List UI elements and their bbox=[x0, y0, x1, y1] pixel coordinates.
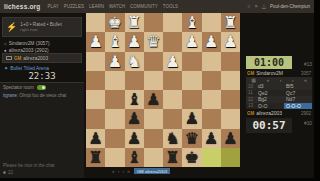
square-e2[interactable]: ♛ bbox=[144, 32, 163, 51]
bottom-player-rank: #10 bbox=[304, 118, 312, 128]
square-b8[interactable] bbox=[202, 148, 221, 167]
square-b2[interactable]: ♟ bbox=[202, 32, 221, 51]
square-c3[interactable] bbox=[182, 52, 201, 71]
square-c5[interactable] bbox=[182, 90, 201, 109]
white-pawn-b2: ♟ bbox=[202, 32, 221, 51]
game-side-panel: 01:00 #13 GM Sindarov2M 3057 ▦«‹›» 10d3B… bbox=[246, 30, 312, 133]
square-a3[interactable] bbox=[221, 52, 240, 71]
square-b4[interactable] bbox=[202, 71, 221, 90]
square-d5[interactable] bbox=[163, 90, 182, 109]
square-e7[interactable] bbox=[144, 129, 163, 148]
square-h8[interactable]: ♜ bbox=[86, 148, 105, 167]
square-h5[interactable] bbox=[86, 90, 105, 109]
white-color-icon: ○ bbox=[4, 41, 7, 46]
move-number: 10 bbox=[246, 84, 256, 89]
nav-item-community[interactable]: COMMUNITY bbox=[130, 4, 158, 9]
square-g3[interactable]: ♟ bbox=[105, 52, 124, 71]
square-f7[interactable]: ♟ bbox=[125, 129, 144, 148]
chess-board: ♚♜♝♜♟♝♟♛♟♟♟♟♞♟♝♟♟♟♟♟♞♛♟♟♜♝♜♚ bbox=[86, 13, 240, 167]
black-pawn-e5: ♟ bbox=[144, 90, 163, 109]
move-number: 11 bbox=[246, 90, 256, 95]
notifications-icon[interactable]: △ bbox=[262, 4, 266, 9]
white-rook-f1: ♜ bbox=[125, 13, 144, 32]
square-f4[interactable] bbox=[125, 71, 144, 90]
square-g1[interactable]: ♚ bbox=[105, 13, 124, 32]
square-d8[interactable]: ♜ bbox=[163, 148, 182, 167]
square-b5[interactable] bbox=[202, 90, 221, 109]
white-queen-e2: ♛ bbox=[144, 32, 163, 51]
square-c2[interactable]: ♟ bbox=[182, 32, 201, 51]
move-row-13: 13O-OO-O-O bbox=[246, 103, 312, 110]
bottom-player-title: GM bbox=[247, 111, 254, 116]
square-f8[interactable]: ♝ bbox=[125, 148, 144, 167]
white-pawn-a2: ♟ bbox=[221, 32, 240, 51]
black-pawn-f6: ♟ bbox=[125, 109, 144, 128]
tv-player-title: GM bbox=[14, 56, 21, 61]
top-player-name: Sindarov2M bbox=[256, 70, 283, 76]
spectators-icon bbox=[3, 171, 6, 174]
nav-menu: PLAYPUZZLESLEARNWATCHCOMMUNITYTOOLS bbox=[48, 4, 178, 9]
black-pawn-a7: ♟ bbox=[221, 129, 240, 148]
square-a1[interactable]: ♜ bbox=[221, 13, 240, 32]
square-c7[interactable]: ♛ bbox=[182, 129, 201, 148]
tournament-name: Bullet Titled Arena bbox=[10, 66, 49, 71]
black-bishop-f5: ♝ bbox=[125, 90, 144, 109]
square-f1[interactable]: ♜ bbox=[125, 13, 144, 32]
square-e5[interactable]: ♟ bbox=[144, 90, 163, 109]
move-list: 10d3Bf511Qe2Qc712Bg2Nd713O-OO-O-O bbox=[246, 83, 312, 109]
tv-featured-box[interactable]: GM alireza2003 bbox=[2, 53, 82, 63]
tournament-countdown: 22:33 bbox=[0, 71, 84, 81]
tv-player-name: alireza2003 bbox=[23, 56, 48, 61]
square-h1[interactable] bbox=[86, 13, 105, 32]
nav-item-learn[interactable]: LEARN bbox=[89, 4, 104, 9]
black-king-c8: ♚ bbox=[182, 148, 201, 167]
square-c6[interactable]: ♟ bbox=[182, 109, 201, 128]
square-b7[interactable]: ♟ bbox=[202, 129, 221, 148]
chat-notice: Please be nice in the chat bbox=[3, 163, 55, 168]
square-c1[interactable]: ♝ bbox=[182, 13, 201, 32]
top-player-title: GM bbox=[247, 71, 254, 76]
black-knight-d7: ♞ bbox=[163, 129, 182, 148]
move-number: 13 bbox=[246, 103, 256, 108]
square-d2[interactable] bbox=[163, 32, 182, 51]
square-a8[interactable] bbox=[221, 148, 240, 167]
white-bishop-g2: ♝ bbox=[105, 32, 124, 51]
black-rook-d8: ♜ bbox=[163, 148, 182, 167]
square-b3[interactable] bbox=[202, 52, 221, 71]
square-c4[interactable] bbox=[182, 71, 201, 90]
challenge-icon[interactable]: × bbox=[255, 4, 258, 9]
square-h3[interactable] bbox=[86, 52, 105, 71]
black-rook-h8: ♜ bbox=[86, 148, 105, 167]
chat-message: tigrane: Olmpi fou de vieux chat bbox=[0, 92, 84, 99]
square-b1[interactable] bbox=[202, 13, 221, 32]
square-g7[interactable] bbox=[105, 129, 124, 148]
white-rook-a1: ♜ bbox=[221, 13, 240, 32]
square-h2[interactable]: ♟ bbox=[86, 32, 105, 51]
square-g4[interactable] bbox=[105, 71, 124, 90]
white-king-g1: ♚ bbox=[105, 13, 124, 32]
square-f5[interactable]: ♝ bbox=[125, 90, 144, 109]
square-a5[interactable] bbox=[221, 90, 240, 109]
black-queen-c7: ♛ bbox=[182, 129, 201, 148]
chat-message-text: Olmpi fou de vieux chat bbox=[19, 93, 66, 98]
nav-item-play[interactable]: PLAY bbox=[48, 4, 59, 9]
black-pawn-b7: ♟ bbox=[202, 129, 221, 148]
square-a2[interactable]: ♟ bbox=[221, 32, 240, 51]
sidebar: ⚡ 1+0 • Rated • Bullet right now ○ Sinda… bbox=[0, 13, 84, 178]
square-h7[interactable]: ♟ bbox=[86, 129, 105, 148]
white-pawn-d3: ♟ bbox=[163, 52, 182, 71]
square-h4[interactable] bbox=[86, 71, 105, 90]
white-pawn-h2: ♟ bbox=[86, 32, 105, 51]
square-d1[interactable] bbox=[163, 13, 182, 32]
chat-panel: Spectator room tigrane: Olmpi fou de vie… bbox=[0, 82, 84, 178]
top-player-rank: #13 bbox=[304, 62, 312, 69]
white-pawn-g3: ♟ bbox=[105, 52, 124, 71]
square-d7[interactable]: ♞ bbox=[163, 129, 182, 148]
square-e8[interactable] bbox=[144, 148, 163, 167]
move-number: 12 bbox=[246, 97, 256, 102]
square-d4[interactable] bbox=[163, 71, 182, 90]
square-e1[interactable] bbox=[144, 13, 163, 32]
bottom-player-rating: 2902 bbox=[301, 111, 311, 116]
square-f2[interactable]: ♟ bbox=[125, 32, 144, 51]
bottom-player-row[interactable]: GM alireza2003 2902 bbox=[246, 109, 312, 117]
white-pawn-c2: ♟ bbox=[182, 32, 201, 51]
lichess-app: lichess.org PLAYPUZZLESLEARNWATCHCOMMUNI… bbox=[0, 0, 314, 178]
white-pawn-f2: ♟ bbox=[125, 32, 144, 51]
square-f3[interactable]: ♞ bbox=[125, 52, 144, 71]
search-icon[interactable]: ○ bbox=[247, 4, 250, 9]
square-g5[interactable] bbox=[105, 90, 124, 109]
square-e3[interactable] bbox=[144, 52, 163, 71]
chat-room-label: Spectator room bbox=[3, 85, 34, 90]
top-nav: lichess.org PLAYPUZZLESLEARNWATCHCOMMUNI… bbox=[0, 0, 314, 13]
square-e4[interactable] bbox=[144, 71, 163, 90]
top-player-row[interactable]: GM Sindarov2M 3057 bbox=[246, 69, 312, 77]
spectator-count: 22 bbox=[3, 170, 13, 175]
square-g8[interactable] bbox=[105, 148, 124, 167]
square-g6[interactable] bbox=[105, 109, 124, 128]
tv-icon bbox=[6, 56, 12, 60]
top-player-rating: 3057 bbox=[301, 71, 311, 76]
footer-row-2: GM Sindarov2M bbox=[132, 174, 169, 181]
nav-item-tools[interactable]: TOOLS bbox=[163, 4, 178, 9]
bottom-player-name: alireza2003 bbox=[256, 110, 282, 116]
game-nav-icons[interactable]: « ‹ › » bbox=[112, 169, 131, 174]
square-b6[interactable] bbox=[202, 109, 221, 128]
nav-item-watch[interactable]: WATCH bbox=[109, 4, 125, 9]
black-bishop-f8: ♝ bbox=[125, 148, 144, 167]
nav-item-puzzles[interactable]: PUZZLES bbox=[64, 4, 84, 9]
chat-message-author: tigrane: bbox=[3, 93, 18, 98]
bottom-player-clock: 00:57 bbox=[246, 118, 292, 133]
move-black-13[interactable]: O-O-O bbox=[284, 103, 312, 110]
black-pawn-c6: ♟ bbox=[182, 109, 201, 128]
square-d6[interactable] bbox=[163, 109, 182, 128]
square-c8[interactable]: ♚ bbox=[182, 148, 201, 167]
black-pawn-h7: ♟ bbox=[86, 129, 105, 148]
square-a6[interactable] bbox=[221, 109, 240, 128]
square-e6[interactable] bbox=[144, 109, 163, 128]
white-player-row[interactable]: ○ Sindarov2M (3057) bbox=[4, 40, 50, 47]
square-g2[interactable]: ♝ bbox=[105, 32, 124, 51]
white-player-label: Sindarov2M (3057) bbox=[9, 41, 50, 46]
square-a7[interactable]: ♟ bbox=[221, 129, 240, 148]
square-a4[interactable] bbox=[221, 71, 240, 90]
square-d3[interactable]: ♟ bbox=[163, 52, 182, 71]
lichess-logo[interactable]: lichess.org bbox=[4, 3, 41, 10]
move-white-13[interactable]: O-O bbox=[256, 103, 284, 110]
game-meta-box: ⚡ 1+0 • Rated • Bullet right now bbox=[2, 17, 82, 37]
top-player-clock: 01:00 bbox=[246, 56, 292, 69]
black-pawn-f7: ♟ bbox=[125, 129, 144, 148]
spectator-count-value: 22 bbox=[8, 170, 13, 175]
white-bishop-c1: ♝ bbox=[182, 13, 201, 32]
white-knight-f3: ♞ bbox=[125, 52, 144, 71]
square-f6[interactable]: ♟ bbox=[125, 109, 144, 128]
game-time-ago: right now bbox=[20, 27, 62, 32]
square-h6[interactable] bbox=[86, 109, 105, 128]
username[interactable]: Poul-den-Chempiun bbox=[270, 4, 310, 9]
bullet-icon: ⚡ bbox=[6, 22, 17, 32]
chat-toggle[interactable] bbox=[37, 85, 46, 90]
